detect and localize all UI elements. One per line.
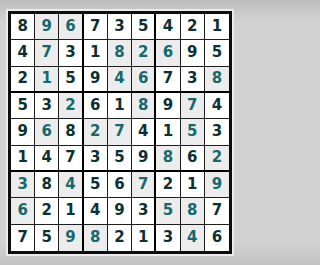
cell-r2c8[interactable]: 9 <box>181 40 205 66</box>
cell-r8c9[interactable]: 7 <box>205 198 229 224</box>
cell-r5c8[interactable]: 5 <box>181 119 205 145</box>
cell-r7c1[interactable]: 3 <box>11 172 35 198</box>
cell-r9c8[interactable]: 4 <box>181 225 205 251</box>
cell-r2c3[interactable]: 3 <box>59 40 83 66</box>
cell-r7c4[interactable]: 5 <box>84 172 108 198</box>
cell-r3c7[interactable]: 7 <box>156 67 180 93</box>
cell-r5c3[interactable]: 8 <box>59 119 83 145</box>
cell-r4c1[interactable]: 5 <box>11 93 35 119</box>
cell-r7c7[interactable]: 2 <box>156 172 180 198</box>
cell-r9c7[interactable]: 3 <box>156 225 180 251</box>
cell-r6c8[interactable]: 6 <box>181 146 205 172</box>
cell-r8c8[interactable]: 8 <box>181 198 205 224</box>
cell-r8c5[interactable]: 9 <box>108 198 132 224</box>
cell-r4c5[interactable]: 1 <box>108 93 132 119</box>
cell-r4c3[interactable]: 2 <box>59 93 83 119</box>
cell-r1c6[interactable]: 5 <box>132 14 156 40</box>
cell-r3c1[interactable]: 2 <box>11 67 35 93</box>
cell-r7c8[interactable]: 1 <box>181 172 205 198</box>
cell-r1c7[interactable]: 4 <box>156 14 180 40</box>
cell-r3c9[interactable]: 8 <box>205 67 229 93</box>
cell-r7c3[interactable]: 4 <box>59 172 83 198</box>
cell-r2c5[interactable]: 8 <box>108 40 132 66</box>
cell-r8c6[interactable]: 3 <box>132 198 156 224</box>
cell-r9c9[interactable]: 6 <box>205 225 229 251</box>
cell-r2c7[interactable]: 6 <box>156 40 180 66</box>
cell-r5c5[interactable]: 7 <box>108 119 132 145</box>
cell-r9c6[interactable]: 1 <box>132 225 156 251</box>
cell-r1c9[interactable]: 1 <box>205 14 229 40</box>
cell-r9c1[interactable]: 7 <box>11 225 35 251</box>
cell-r9c2[interactable]: 5 <box>35 225 59 251</box>
cell-r2c1[interactable]: 4 <box>11 40 35 66</box>
cell-r1c2[interactable]: 9 <box>35 14 59 40</box>
sudoku-board: 8967354214731826952159467385326189749682… <box>8 11 232 254</box>
cell-r3c5[interactable]: 4 <box>108 67 132 93</box>
cell-r9c5[interactable]: 2 <box>108 225 132 251</box>
cell-r1c8[interactable]: 2 <box>181 14 205 40</box>
cell-r3c8[interactable]: 3 <box>181 67 205 93</box>
cell-r7c9[interactable]: 9 <box>205 172 229 198</box>
cell-r4c8[interactable]: 7 <box>181 93 205 119</box>
cell-r1c1[interactable]: 8 <box>11 14 35 40</box>
cell-r2c9[interactable]: 5 <box>205 40 229 66</box>
cell-r1c3[interactable]: 6 <box>59 14 83 40</box>
cell-r8c3[interactable]: 1 <box>59 198 83 224</box>
cell-r5c6[interactable]: 4 <box>132 119 156 145</box>
cell-r7c2[interactable]: 8 <box>35 172 59 198</box>
cell-r8c7[interactable]: 5 <box>156 198 180 224</box>
cell-r5c9[interactable]: 3 <box>205 119 229 145</box>
cell-r3c4[interactable]: 9 <box>84 67 108 93</box>
cell-r4c2[interactable]: 3 <box>35 93 59 119</box>
cell-r3c6[interactable]: 6 <box>132 67 156 93</box>
cell-r6c1[interactable]: 1 <box>11 146 35 172</box>
cell-r5c7[interactable]: 1 <box>156 119 180 145</box>
cell-r3c3[interactable]: 5 <box>59 67 83 93</box>
cell-r5c2[interactable]: 6 <box>35 119 59 145</box>
cell-r5c4[interactable]: 2 <box>84 119 108 145</box>
cell-r2c2[interactable]: 7 <box>35 40 59 66</box>
cell-r9c3[interactable]: 9 <box>59 225 83 251</box>
cell-r2c4[interactable]: 1 <box>84 40 108 66</box>
cell-r2c6[interactable]: 2 <box>132 40 156 66</box>
cell-r4c6[interactable]: 8 <box>132 93 156 119</box>
cell-r6c2[interactable]: 4 <box>35 146 59 172</box>
cell-r9c4[interactable]: 8 <box>84 225 108 251</box>
cell-r1c5[interactable]: 3 <box>108 14 132 40</box>
cell-r6c3[interactable]: 7 <box>59 146 83 172</box>
cell-r3c2[interactable]: 1 <box>35 67 59 93</box>
cell-r8c1[interactable]: 6 <box>11 198 35 224</box>
cell-r8c4[interactable]: 4 <box>84 198 108 224</box>
cell-r1c4[interactable]: 7 <box>84 14 108 40</box>
board-frame: 8967354214731826952159467385326189749682… <box>0 0 240 265</box>
cell-r5c1[interactable]: 9 <box>11 119 35 145</box>
cell-r4c9[interactable]: 4 <box>205 93 229 119</box>
cell-r8c2[interactable]: 2 <box>35 198 59 224</box>
cell-r6c6[interactable]: 9 <box>132 146 156 172</box>
cell-r6c5[interactable]: 5 <box>108 146 132 172</box>
cell-r6c9[interactable]: 2 <box>205 146 229 172</box>
cell-r4c4[interactable]: 6 <box>84 93 108 119</box>
cell-r6c4[interactable]: 3 <box>84 146 108 172</box>
cell-r6c7[interactable]: 8 <box>156 146 180 172</box>
cell-r7c5[interactable]: 6 <box>108 172 132 198</box>
cell-r7c6[interactable]: 7 <box>132 172 156 198</box>
cell-r4c7[interactable]: 9 <box>156 93 180 119</box>
